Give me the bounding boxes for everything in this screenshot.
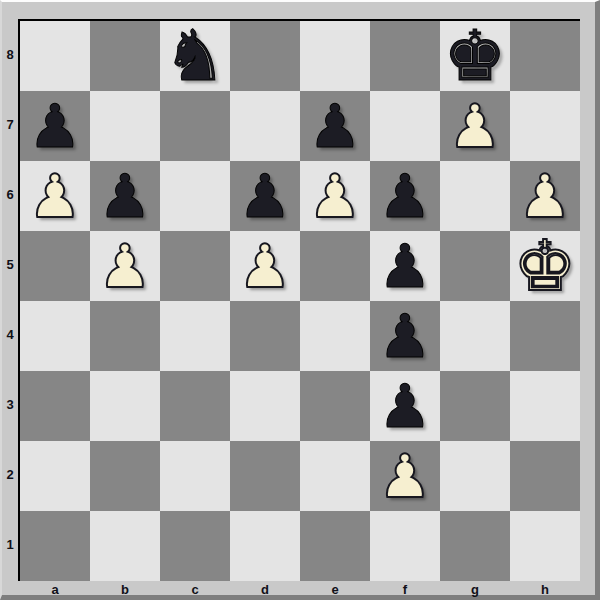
rank-label-4: 4 [2,299,18,369]
square-b4[interactable] [90,301,160,371]
white-pawn-h6[interactable]: ♟ [518,161,572,231]
square-c2[interactable] [160,441,230,511]
square-c6[interactable] [160,161,230,231]
file-labels: abcdefgh [20,581,580,597]
square-d4[interactable] [230,301,300,371]
black-pawn-f6[interactable]: ♟ [378,161,432,231]
square-b5[interactable]: ♟ [90,231,160,301]
square-f6[interactable]: ♟ [370,161,440,231]
white-pawn-b5[interactable]: ♟ [98,231,152,301]
file-label-g: g [440,581,510,597]
white-pawn-d5[interactable]: ♟ [238,231,292,301]
rank-label-1: 1 [2,509,18,579]
square-b1[interactable] [90,511,160,581]
square-d2[interactable] [230,441,300,511]
square-a2[interactable] [20,441,90,511]
square-h7[interactable] [510,91,580,161]
square-b6[interactable]: ♟ [90,161,160,231]
file-label-d: d [230,581,300,597]
chessboard[interactable]: ♞♚♟♟♟♟♟♟♟♟♟♟♟♟♚♟♟♟ [18,19,580,581]
square-a4[interactable] [20,301,90,371]
square-b3[interactable] [90,371,160,441]
square-a7[interactable]: ♟ [20,91,90,161]
square-f5[interactable]: ♟ [370,231,440,301]
square-h3[interactable] [510,371,580,441]
square-h5[interactable]: ♚ [510,231,580,301]
square-g2[interactable] [440,441,510,511]
square-d3[interactable] [230,371,300,441]
square-a6[interactable]: ♟ [20,161,90,231]
square-f7[interactable] [370,91,440,161]
square-a5[interactable] [20,231,90,301]
square-f3[interactable]: ♟ [370,371,440,441]
square-d8[interactable] [230,21,300,91]
file-label-h: h [510,581,580,597]
square-g7[interactable]: ♟ [440,91,510,161]
black-pawn-d6[interactable]: ♟ [238,161,292,231]
black-pawn-f4[interactable]: ♟ [378,301,432,371]
black-pawn-a7[interactable]: ♟ [28,91,82,161]
square-g6[interactable] [440,161,510,231]
black-knight-c8[interactable]: ♞ [164,21,227,91]
rank-label-7: 7 [2,89,18,159]
square-h4[interactable] [510,301,580,371]
square-c5[interactable] [160,231,230,301]
file-label-c: c [160,581,230,597]
black-pawn-f5[interactable]: ♟ [378,231,432,301]
white-king-h5[interactable]: ♚ [514,231,577,301]
rank-label-6: 6 [2,159,18,229]
black-pawn-b6[interactable]: ♟ [98,161,152,231]
white-pawn-g7[interactable]: ♟ [448,91,502,161]
rank-label-3: 3 [2,369,18,439]
square-g3[interactable] [440,371,510,441]
square-c8[interactable]: ♞ [160,21,230,91]
square-d1[interactable] [230,511,300,581]
square-d7[interactable] [230,91,300,161]
square-d6[interactable]: ♟ [230,161,300,231]
black-pawn-f3[interactable]: ♟ [378,371,432,441]
rank-labels: 87654321 [2,19,18,579]
square-f8[interactable] [370,21,440,91]
file-label-e: e [300,581,370,597]
square-d5[interactable]: ♟ [230,231,300,301]
rank-label-5: 5 [2,229,18,299]
file-label-a: a [20,581,90,597]
square-e5[interactable] [300,231,370,301]
square-h6[interactable]: ♟ [510,161,580,231]
square-g5[interactable] [440,231,510,301]
black-king-g8[interactable]: ♚ [444,21,507,91]
white-pawn-e6[interactable]: ♟ [308,161,362,231]
rank-label-8: 8 [2,19,18,89]
square-f4[interactable]: ♟ [370,301,440,371]
square-g4[interactable] [440,301,510,371]
square-c4[interactable] [160,301,230,371]
white-pawn-a6[interactable]: ♟ [28,161,82,231]
square-b2[interactable] [90,441,160,511]
square-h8[interactable] [510,21,580,91]
square-h2[interactable] [510,441,580,511]
square-a1[interactable] [20,511,90,581]
black-pawn-e7[interactable]: ♟ [308,91,362,161]
square-e6[interactable]: ♟ [300,161,370,231]
square-h1[interactable] [510,511,580,581]
square-a8[interactable] [20,21,90,91]
chessboard-frame: 87654321 ♞♚♟♟♟♟♟♟♟♟♟♟♟♟♚♟♟♟ abcdefgh [0,0,600,600]
square-c3[interactable] [160,371,230,441]
square-e8[interactable] [300,21,370,91]
square-f2[interactable]: ♟ [370,441,440,511]
square-b8[interactable] [90,21,160,91]
square-e7[interactable]: ♟ [300,91,370,161]
square-c1[interactable] [160,511,230,581]
rank-label-2: 2 [2,439,18,509]
square-e1[interactable] [300,511,370,581]
square-e2[interactable] [300,441,370,511]
white-pawn-f2[interactable]: ♟ [378,441,432,511]
square-f1[interactable] [370,511,440,581]
square-b7[interactable] [90,91,160,161]
square-a3[interactable] [20,371,90,441]
file-label-f: f [370,581,440,597]
square-g8[interactable]: ♚ [440,21,510,91]
square-g1[interactable] [440,511,510,581]
square-c7[interactable] [160,91,230,161]
file-label-b: b [90,581,160,597]
square-e3[interactable] [300,371,370,441]
square-e4[interactable] [300,301,370,371]
